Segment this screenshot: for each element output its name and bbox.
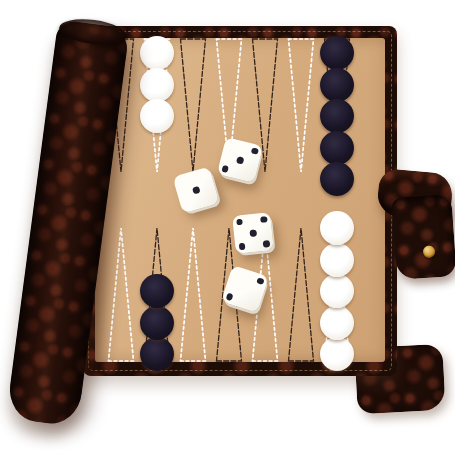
die-pip <box>256 277 264 285</box>
die-showing-1 <box>172 166 219 213</box>
die-pip <box>221 165 229 173</box>
die-pip <box>236 156 244 164</box>
die-pip <box>239 243 246 250</box>
gold-snap-stud <box>423 245 436 258</box>
die-pip <box>260 216 267 223</box>
strap-flap <box>391 194 455 280</box>
die-pip <box>236 219 243 226</box>
die-showing-3 <box>217 137 263 183</box>
die-showing-5 <box>232 212 274 254</box>
dice-layer <box>95 38 385 362</box>
die-showing-2 <box>221 265 269 313</box>
die-pip <box>251 147 259 155</box>
die-pip <box>192 186 200 194</box>
backgammon-board <box>83 26 397 376</box>
suede-playing-field <box>95 38 385 362</box>
die-pip <box>249 229 256 236</box>
die-pip <box>263 240 270 247</box>
die-pip <box>226 293 234 301</box>
product-photo-travel-backgammon-set <box>0 0 455 475</box>
